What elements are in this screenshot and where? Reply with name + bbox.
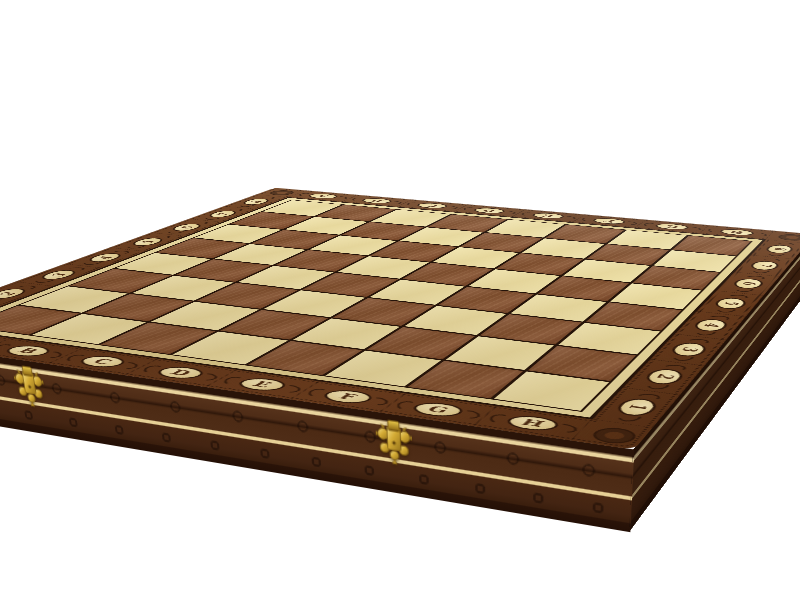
gold-clasp-right xyxy=(375,414,413,469)
rank-label-left-2: 2 xyxy=(0,282,53,307)
coordinate-medallion: 7 xyxy=(748,260,782,271)
coordinate-medallion: 5 xyxy=(712,297,750,310)
square-g1 xyxy=(408,361,523,398)
square-c3 xyxy=(196,283,298,309)
coordinate-medallion: C xyxy=(74,354,132,369)
square-g5 xyxy=(538,276,629,301)
square-b3 xyxy=(132,276,233,301)
square-e4 xyxy=(369,280,465,305)
square-b2 xyxy=(84,294,191,321)
square-f2 xyxy=(367,327,475,359)
product-photo: ABCDEFGH ABCDEFGH 87654321 87654321 xyxy=(0,0,800,600)
square-e2 xyxy=(292,318,400,349)
coordinate-medallion: G xyxy=(408,400,469,418)
coordinate-medallion: 3 xyxy=(668,341,711,357)
square-h4 xyxy=(586,302,682,330)
file-label-front-a: A xyxy=(0,328,11,353)
coordinate-medallion: A xyxy=(305,193,342,199)
square-c1 xyxy=(100,323,215,354)
square-f3 xyxy=(405,306,507,335)
coordinate-medallion: 7 xyxy=(205,210,242,218)
square-d1 xyxy=(172,332,287,365)
coordinate-medallion: H xyxy=(502,413,564,432)
coordinate-medallion: 2 xyxy=(642,367,688,385)
coordinate-medallion: B xyxy=(0,344,57,358)
coordinate-medallion: 8 xyxy=(239,198,274,206)
square-a2 xyxy=(20,286,127,312)
square-g2 xyxy=(446,336,554,370)
coordinate-medallion: B xyxy=(358,197,395,204)
coordinate-medallion: F xyxy=(318,388,378,405)
coordinate-medallion: 2 xyxy=(0,287,32,300)
coordinate-medallion: 4 xyxy=(691,318,731,333)
square-d2 xyxy=(220,310,328,340)
square-c2 xyxy=(151,302,259,330)
scene: ABCDEFGH ABCDEFGH 87654321 87654321 xyxy=(0,0,800,600)
square-h3 xyxy=(558,323,659,355)
square-e1 xyxy=(247,341,362,375)
coordinate-medallion: E xyxy=(233,376,293,392)
square-f4 xyxy=(438,287,534,313)
square-f1 xyxy=(326,351,441,387)
square-h2 xyxy=(528,346,636,381)
square-g4 xyxy=(511,294,607,321)
square-h5 xyxy=(611,283,702,309)
square-b1 xyxy=(32,314,146,344)
square-d3 xyxy=(263,290,365,317)
coordinate-medallion: D xyxy=(151,365,210,381)
coordinate-medallion: C xyxy=(414,202,451,209)
coordinate-medallion: 1 xyxy=(612,397,661,418)
gold-clasp-left xyxy=(11,361,47,411)
square-a1 xyxy=(0,306,79,335)
coordinate-medallion: 8 xyxy=(764,244,796,254)
square-g3 xyxy=(480,314,582,344)
coordinate-medallion: D xyxy=(471,207,508,214)
coordinate-medallion: 6 xyxy=(731,277,767,289)
square-e3 xyxy=(332,298,434,326)
coordinate-medallion: H xyxy=(718,228,756,236)
square-h1 xyxy=(494,372,609,411)
coordinate-medallion: E xyxy=(529,212,567,219)
coordinate-medallion: G xyxy=(653,223,691,231)
chess-box: ABCDEFGH ABCDEFGH 87654321 87654321 xyxy=(0,188,800,450)
coordinate-medallion: F xyxy=(590,217,628,224)
